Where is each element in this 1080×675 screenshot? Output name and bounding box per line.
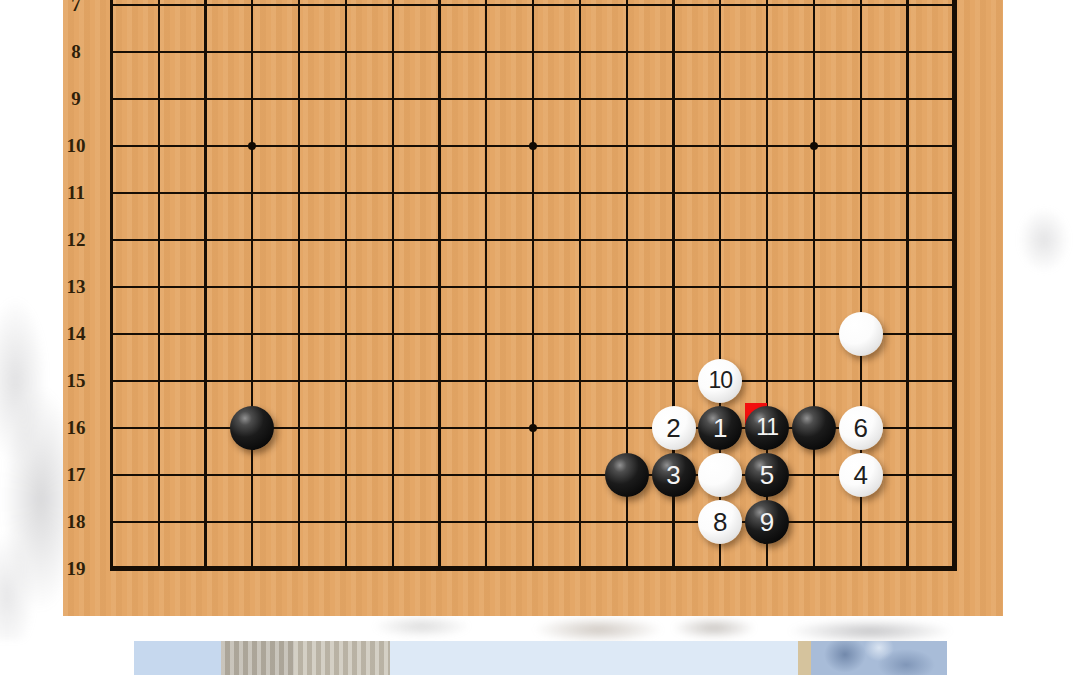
row-coordinate-label: 10 (61, 135, 91, 157)
grid-line-horizontal (110, 380, 957, 382)
go-stone-white (698, 453, 742, 497)
star-point (810, 142, 818, 150)
grid-line-horizontal (110, 192, 957, 194)
row-coordinate-label: 14 (61, 323, 91, 345)
stone-move-number: 10 (709, 369, 733, 392)
go-stone-white (839, 312, 883, 356)
go-stone-white: 2 (652, 406, 696, 450)
go-stone-white: 10 (698, 359, 742, 403)
stone-move-number: 8 (713, 509, 727, 535)
ink-wash-artwork-right (1008, 185, 1080, 295)
grid-line-horizontal (110, 4, 957, 6)
stone-move-number: 11 (756, 416, 778, 439)
page: 78910111213141516171819102111635489 (0, 0, 1080, 675)
go-stone-white: 4 (839, 453, 883, 497)
stone-move-number: 1 (713, 415, 727, 441)
stone-move-number: 6 (853, 415, 867, 441)
row-coordinate-label: 19 (61, 558, 91, 580)
grid-line-horizontal (110, 286, 957, 288)
row-coordinate-label: 17 (61, 464, 91, 486)
go-stone-black: 9 (745, 500, 789, 544)
grid-line-horizontal (110, 51, 957, 53)
row-coordinate-label: 15 (61, 370, 91, 392)
grid-line-horizontal (110, 333, 957, 335)
go-stone-black (792, 406, 836, 450)
row-coordinate-label: 11 (61, 182, 91, 204)
grid-line-horizontal (110, 566, 957, 571)
strip-panel (798, 641, 811, 675)
strip-panel (390, 641, 798, 675)
bottom-image-strip (0, 641, 1080, 675)
row-coordinate-label: 7 (61, 0, 91, 16)
grid-line-horizontal (110, 521, 957, 523)
go-stone-black (605, 453, 649, 497)
grid-line-horizontal (110, 239, 957, 241)
stone-move-number: 2 (666, 415, 680, 441)
strip-panel (294, 641, 390, 675)
star-point (529, 142, 537, 150)
stone-move-number: 5 (760, 462, 774, 488)
go-stone-black: 5 (745, 453, 789, 497)
row-coordinate-label: 9 (61, 88, 91, 110)
row-coordinate-label: 13 (61, 276, 91, 298)
star-point (529, 424, 537, 432)
row-coordinate-label: 16 (61, 417, 91, 439)
strip-panel (134, 641, 221, 675)
row-coordinate-label: 8 (61, 41, 91, 63)
stone-move-number: 3 (666, 462, 680, 488)
strip-panel (221, 641, 294, 675)
ink-wash-artwork-flowers (340, 612, 1020, 644)
row-coordinate-label: 12 (61, 229, 91, 251)
go-stone-white: 6 (839, 406, 883, 450)
grid-line-horizontal (110, 98, 957, 100)
strip-panel (811, 641, 947, 675)
go-stone-black: 11 (745, 406, 789, 450)
row-coordinate-label: 18 (61, 511, 91, 533)
go-stone-black: 3 (652, 453, 696, 497)
go-stone-white: 8 (698, 500, 742, 544)
grid-line-horizontal (110, 474, 957, 476)
go-board[interactable]: 78910111213141516171819102111635489 (63, 0, 1003, 616)
stone-move-number: 9 (760, 509, 774, 535)
star-point (248, 142, 256, 150)
stone-move-number: 4 (853, 462, 867, 488)
go-stone-black: 1 (698, 406, 742, 450)
go-stone-black (230, 406, 274, 450)
